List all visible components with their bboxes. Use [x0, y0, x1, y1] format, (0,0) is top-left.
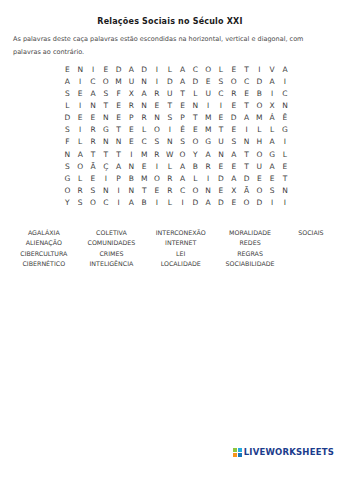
word-list-column: COLETIVACOMUNIDADESCRIMESINTELIGÊNCIA	[78, 228, 146, 270]
grid-cell[interactable]: I	[266, 87, 279, 99]
grid-cell[interactable]: L	[279, 148, 292, 160]
instructions-text: As palavras deste caça palavras estão es…	[13, 33, 330, 58]
grid-cell[interactable]: Ê	[279, 112, 292, 124]
grid-cell[interactable]: G	[202, 136, 215, 148]
word-list-column: SOCIAIS	[284, 228, 338, 270]
grid-cell[interactable]: N	[125, 160, 138, 172]
grid-cell[interactable]: I	[266, 197, 279, 209]
grid-cell[interactable]: A	[112, 160, 125, 172]
grid-cell[interactable]: E	[112, 112, 125, 124]
grid-cell[interactable]: C	[240, 75, 253, 87]
grid-cell[interactable]: O	[240, 197, 253, 209]
word-list-item: LEI	[145, 249, 216, 259]
grid-cell[interactable]: D	[112, 63, 125, 75]
grid-cell[interactable]: A	[138, 87, 151, 99]
word-list-item: INTELIGÊNCIA	[78, 259, 146, 269]
grid-cell[interactable]: C	[138, 136, 151, 148]
grid-cell[interactable]: I	[151, 63, 164, 75]
word-list-item: SOCIAIS	[284, 228, 338, 238]
grid-cell[interactable]: A	[266, 136, 279, 148]
grid-cell[interactable]: X	[125, 87, 138, 99]
grid-cell[interactable]: O	[151, 124, 164, 136]
grid-cell[interactable]: V	[266, 63, 279, 75]
grid-cell[interactable]: D	[227, 112, 240, 124]
grid-cell[interactable]: E	[112, 99, 125, 111]
word-list-item: AGALÁXIA	[10, 228, 78, 238]
grid-cell[interactable]: O	[227, 75, 240, 87]
grid-cell[interactable]: I	[87, 63, 100, 75]
grid-cell[interactable]: R	[138, 112, 151, 124]
grid-cell[interactable]: E	[151, 99, 164, 111]
grid-cell[interactable]: B	[125, 172, 138, 184]
grid-cell[interactable]: A	[202, 148, 215, 160]
grid-cell[interactable]: A	[61, 75, 74, 87]
grid-cell[interactable]: U	[215, 136, 228, 148]
grid-cell[interactable]: N	[138, 75, 151, 87]
grid-cell[interactable]: E	[227, 160, 240, 172]
grid-cell[interactable]: O	[253, 99, 266, 111]
grid-cell[interactable]: M	[138, 172, 151, 184]
word-list-item: CIBERNÉTICO	[10, 259, 78, 269]
grid-cell[interactable]: E	[266, 172, 279, 184]
grid-cell[interactable]: N	[99, 112, 112, 124]
word-list-item: REGRAS	[216, 249, 284, 259]
grid-cell[interactable]: O	[189, 184, 202, 196]
grid-cell[interactable]: I	[176, 197, 189, 209]
grid-cell[interactable]: O	[202, 63, 215, 75]
grid-cell[interactable]: I	[99, 172, 112, 184]
grid-cell[interactable]: B	[253, 87, 266, 99]
grid-cell[interactable]: L	[61, 99, 74, 111]
grid-cell[interactable]: C	[99, 197, 112, 209]
grid-cell[interactable]: B	[189, 160, 202, 172]
grid-cell[interactable]: I	[125, 148, 138, 160]
grid-cell[interactable]: M	[202, 124, 215, 136]
grid-cell[interactable]: G	[266, 148, 279, 160]
grid-cell[interactable]: L	[215, 63, 228, 75]
grid-cell[interactable]: L	[163, 63, 176, 75]
footer: LIVEWORKSHEETS	[233, 447, 334, 457]
grid-cell[interactable]: B	[138, 197, 151, 209]
grid-cell[interactable]: E	[125, 136, 138, 148]
grid-cell[interactable]: E	[227, 99, 240, 111]
page-title: Relações Sociais no Século XXI	[0, 17, 340, 26]
grid-cell[interactable]: L	[74, 136, 87, 148]
grid-cell[interactable]: E	[99, 63, 112, 75]
grid-cell[interactable]: E	[87, 172, 100, 184]
grid-cell[interactable]: L	[163, 160, 176, 172]
grid-cell[interactable]: P	[112, 172, 125, 184]
grid-cell[interactable]: I	[112, 184, 125, 196]
grid-cell[interactable]: N	[125, 184, 138, 196]
grid-cell[interactable]: U	[253, 160, 266, 172]
grid-cell[interactable]: E	[279, 160, 292, 172]
grid-cell[interactable]: A	[125, 197, 138, 209]
grid-cell[interactable]: F	[61, 136, 74, 148]
grid-cell[interactable]: M	[138, 148, 151, 160]
grid-cell[interactable]: I	[112, 197, 125, 209]
grid-cell[interactable]: T	[240, 148, 253, 160]
grid-cell[interactable]: U	[163, 87, 176, 99]
word-list-item: SOCIABILIDADE	[216, 259, 284, 269]
grid-cell[interactable]: A	[176, 172, 189, 184]
grid-cell[interactable]: C	[279, 87, 292, 99]
grid-cell[interactable]: R	[151, 148, 164, 160]
grid-cell[interactable]: A	[240, 112, 253, 124]
word-list-column: MORALIDADEREDESREGRASSOCIABILIDADE	[216, 228, 284, 270]
grid-cell[interactable]: S	[151, 136, 164, 148]
grid-cell[interactable]: S	[163, 112, 176, 124]
grid-cell[interactable]: L	[163, 197, 176, 209]
grid-cell[interactable]: A	[87, 87, 100, 99]
grid-cell[interactable]: I	[279, 136, 292, 148]
word-list-item: MORALIDADE	[216, 228, 284, 238]
grid-cell[interactable]: I	[163, 124, 176, 136]
grid-cell[interactable]: R	[227, 87, 240, 99]
grid-cell[interactable]: S	[87, 184, 100, 196]
grid-cell[interactable]: D	[240, 172, 253, 184]
grid-cell[interactable]: E	[215, 112, 228, 124]
grid-cell[interactable]: E	[151, 184, 164, 196]
grid-cell[interactable]: C	[189, 63, 202, 75]
worksheet-page: Relações Sociais no Século XXI As palavr…	[0, 0, 340, 480]
grid-cell[interactable]: R	[87, 124, 100, 136]
grid-cell[interactable]: S	[74, 197, 87, 209]
grid-cell[interactable]: D	[215, 172, 228, 184]
grid-cell[interactable]: E	[138, 160, 151, 172]
grid-cell[interactable]: S	[227, 136, 240, 148]
word-list: AGALÁXIAALIENAÇÃOCIBERCULTURACIBERNÉTICO…	[10, 228, 338, 270]
grid-cell[interactable]: A	[227, 172, 240, 184]
grid-cell[interactable]: N	[138, 99, 151, 111]
grid-cell[interactable]: E	[253, 172, 266, 184]
grid-cell[interactable]: F	[112, 87, 125, 99]
grid-cell[interactable]: G	[99, 124, 112, 136]
grid-cell[interactable]: T	[176, 87, 189, 99]
grid-cell[interactable]: L	[74, 172, 87, 184]
grid-cell[interactable]: N	[99, 184, 112, 196]
grid-cell[interactable]: E	[74, 87, 87, 99]
grid-cell[interactable]: E	[227, 124, 240, 136]
grid-cell[interactable]: O	[74, 160, 87, 172]
word-list-column: INTERCONEXÃOINTERNETLEILOCALIDADE	[145, 228, 216, 270]
grid-cell[interactable]: T	[163, 99, 176, 111]
grid-cell[interactable]: W	[163, 148, 176, 160]
grid-cell[interactable]: P	[125, 112, 138, 124]
grid-cell[interactable]: D	[189, 197, 202, 209]
word-list-item: COMUNIDADES	[78, 238, 146, 248]
grid-cell[interactable]: E	[189, 124, 202, 136]
grid-cell[interactable]: Ã	[87, 160, 100, 172]
grid-cell[interactable]: N	[189, 99, 202, 111]
grid-cell[interactable]: I	[74, 124, 87, 136]
grid-cell[interactable]: Ã	[240, 184, 253, 196]
grid-cell[interactable]: N	[112, 136, 125, 148]
grid-cell[interactable]: N	[99, 136, 112, 148]
grid-cell[interactable]: E	[176, 99, 189, 111]
grid-cell[interactable]: D	[61, 112, 74, 124]
grid-cell[interactable]: R	[163, 184, 176, 196]
grid-cell[interactable]: O	[151, 172, 164, 184]
grid-cell[interactable]: G	[61, 172, 74, 184]
grid-cell[interactable]: S	[61, 87, 74, 99]
grid-cell[interactable]: E	[215, 184, 228, 196]
grid-cell[interactable]: L	[266, 124, 279, 136]
grid-cell[interactable]: I	[279, 197, 292, 209]
grid-cell[interactable]: U	[125, 75, 138, 87]
grid-cell[interactable]: N	[74, 63, 87, 75]
word-list-item: CIBERCULTURA	[10, 249, 78, 259]
grid-cell[interactable]: Y	[189, 148, 202, 160]
grid-cell[interactable]: E	[87, 112, 100, 124]
grid-cell[interactable]: A	[74, 148, 87, 160]
grid-cell[interactable]: I	[151, 160, 164, 172]
grid-cell[interactable]: L	[189, 87, 202, 99]
grid-cell[interactable]: G	[279, 124, 292, 136]
grid-cell[interactable]: A	[176, 160, 189, 172]
grid-cell[interactable]: H	[253, 136, 266, 148]
grid-cell[interactable]: O	[189, 136, 202, 148]
grid-cell[interactable]: T	[240, 160, 253, 172]
grid-cell[interactable]: N	[151, 112, 164, 124]
grid-cell[interactable]: N	[202, 184, 215, 196]
grid-cell[interactable]: D	[163, 75, 176, 87]
grid-cell[interactable]: E	[227, 197, 240, 209]
grid-cell[interactable]: X	[227, 184, 240, 196]
grid-cell[interactable]: O	[253, 184, 266, 196]
word-list-item: COLETIVA	[78, 228, 146, 238]
grid-cell[interactable]: O	[176, 148, 189, 160]
grid-cell[interactable]: T	[240, 63, 253, 75]
grid-cell[interactable]: I	[202, 172, 215, 184]
grid-cell[interactable]: I	[74, 99, 87, 111]
grid-cell[interactable]: E	[227, 63, 240, 75]
grid-cell[interactable]: I	[240, 124, 253, 136]
grid-cell[interactable]: D	[253, 75, 266, 87]
grid-cell[interactable]: A	[176, 63, 189, 75]
grid-cell[interactable]: A	[176, 75, 189, 87]
grid-cell[interactable]: X	[266, 99, 279, 111]
grid-cell[interactable]: N	[279, 184, 292, 196]
word-list-column: AGALÁXIAALIENAÇÃOCIBERCULTURACIBERNÉTICO	[10, 228, 78, 270]
grid-cell[interactable]: R	[125, 99, 138, 111]
grid-cell[interactable]: C	[215, 87, 228, 99]
grid-cell[interactable]: T	[215, 124, 228, 136]
grid-cell[interactable]: T	[112, 124, 125, 136]
grid-cell[interactable]: I	[253, 63, 266, 75]
grid-cell[interactable]: E	[202, 75, 215, 87]
grid-cell[interactable]: A	[279, 63, 292, 75]
grid-cell[interactable]: C	[176, 184, 189, 196]
word-search-grid: ENIEDADILACOLETIVAAICOMUNIDADESOCDAISEAS…	[61, 63, 291, 209]
grid-cell[interactable]: A	[227, 148, 240, 160]
grid-cell[interactable]: T	[112, 148, 125, 160]
grid-cell[interactable]: A	[202, 197, 215, 209]
grid-cell[interactable]: N	[240, 136, 253, 148]
word-list-item: CRIMES	[78, 249, 146, 259]
grid-cell[interactable]: Á	[266, 112, 279, 124]
word-list-item: REDES	[216, 238, 284, 248]
word-list-item: INTERCONEXÃO	[145, 228, 216, 238]
grid-cell[interactable]: S	[266, 184, 279, 196]
grid-cell[interactable]: É	[176, 124, 189, 136]
grid-cell[interactable]: T	[87, 148, 100, 160]
grid-cell[interactable]: O	[87, 197, 100, 209]
grid-cell[interactable]: T	[99, 99, 112, 111]
grid-cell[interactable]: E	[125, 124, 138, 136]
grid-cell[interactable]: A	[125, 63, 138, 75]
grid-cell[interactable]: E	[61, 63, 74, 75]
grid-cell[interactable]: R	[151, 87, 164, 99]
grid-cell[interactable]: S	[99, 87, 112, 99]
grid-cell[interactable]: R	[163, 172, 176, 184]
grid-cell[interactable]: N	[163, 136, 176, 148]
grid-cell[interactable]: R	[202, 160, 215, 172]
grid-cell[interactable]: I	[151, 197, 164, 209]
liveworksheets-wordmark: LIVEWORKSHEETS	[244, 447, 334, 457]
grid-cell[interactable]: S	[61, 160, 74, 172]
grid-cell[interactable]: O	[99, 75, 112, 87]
grid-cell[interactable]: S	[61, 124, 74, 136]
grid-cell[interactable]: N	[279, 99, 292, 111]
grid-cell[interactable]: E	[74, 112, 87, 124]
word-list-item: INTERNET	[145, 238, 216, 248]
grid-cell[interactable]: R	[74, 184, 87, 196]
grid-cell[interactable]: I	[279, 75, 292, 87]
word-list-item: ALIENAÇÃO	[10, 238, 78, 248]
grid-cell[interactable]: S	[176, 136, 189, 148]
grid-cell[interactable]: S	[215, 75, 228, 87]
grid-cell[interactable]: T	[138, 184, 151, 196]
grid-cell[interactable]: P	[176, 112, 189, 124]
grid-cell[interactable]: A	[266, 75, 279, 87]
grid-cell[interactable]: I	[74, 75, 87, 87]
grid-cell[interactable]: R	[87, 136, 100, 148]
grid-cell[interactable]: N	[87, 99, 100, 111]
liveworksheets-logo-icon	[233, 448, 242, 457]
grid-cell[interactable]: A	[266, 160, 279, 172]
grid-cell[interactable]: D	[215, 197, 228, 209]
word-list-item: LOCALIDADE	[145, 259, 216, 269]
grid-cell[interactable]: D	[138, 63, 151, 75]
grid-cell[interactable]: M	[202, 112, 215, 124]
grid-cell[interactable]: D	[253, 197, 266, 209]
grid-cell[interactable]: L	[189, 172, 202, 184]
grid-cell[interactable]: I	[215, 99, 228, 111]
grid-cell[interactable]: U	[202, 87, 215, 99]
grid-cell[interactable]: D	[189, 75, 202, 87]
grid-cell[interactable]: L	[138, 124, 151, 136]
grid-cell[interactable]: Y	[61, 197, 74, 209]
grid-cell[interactable]: N	[61, 148, 74, 160]
grid-cell[interactable]: I	[151, 75, 164, 87]
grid-cell[interactable]: T	[240, 99, 253, 111]
grid-cell[interactable]: T	[279, 172, 292, 184]
grid-cell[interactable]: Ç	[99, 160, 112, 172]
grid-cell[interactable]: E	[215, 160, 228, 172]
grid-cell[interactable]: O	[253, 148, 266, 160]
grid-cell[interactable]: M	[112, 75, 125, 87]
grid-cell[interactable]: C	[87, 75, 100, 87]
grid-cell[interactable]: I	[202, 99, 215, 111]
grid-cell[interactable]: N	[215, 148, 228, 160]
grid-cell[interactable]: M	[253, 112, 266, 124]
grid-cell[interactable]: T	[189, 112, 202, 124]
grid-cell[interactable]: L	[253, 124, 266, 136]
grid-cell[interactable]: E	[240, 87, 253, 99]
grid-cell[interactable]: O	[61, 184, 74, 196]
grid-cell[interactable]: T	[99, 148, 112, 160]
